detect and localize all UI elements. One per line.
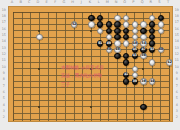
coord-label-left-15: 15 bbox=[2, 34, 7, 37]
move-number: 43 bbox=[133, 55, 137, 58]
move-number: 53 bbox=[150, 48, 154, 51]
coord-label-left-10: 10 bbox=[2, 66, 7, 69]
coord-label-left-16: 16 bbox=[2, 28, 7, 31]
move-number: 45 bbox=[133, 48, 137, 51]
stone-black-O8[interactable] bbox=[123, 78, 129, 84]
coord-label-left-3: 3 bbox=[2, 110, 7, 113]
coord-label-left-7: 7 bbox=[2, 85, 7, 88]
coord-label-right-7: 7 bbox=[175, 85, 180, 88]
move-number: 38 bbox=[141, 80, 145, 83]
grid-line-horizontal bbox=[13, 113, 170, 114]
coord-label-top-M: M bbox=[105, 1, 109, 5]
stone-black-P8[interactable]: 39 bbox=[132, 78, 138, 84]
coord-label-left-8: 8 bbox=[2, 78, 7, 81]
coord-label-top-S: S bbox=[157, 1, 161, 5]
coord-label-left-4: 4 bbox=[2, 104, 7, 107]
coord-label-right-14: 14 bbox=[175, 40, 180, 43]
coord-label-left-14: 14 bbox=[2, 40, 7, 43]
move-number: 49 bbox=[107, 42, 111, 45]
coord-label-top-Q: Q bbox=[140, 1, 144, 5]
coord-label-right-16: 16 bbox=[175, 28, 180, 31]
stone-white-H17[interactable]: 52 bbox=[71, 21, 77, 27]
coord-label-top-F: F bbox=[53, 1, 57, 5]
coord-label-right-11: 11 bbox=[175, 59, 180, 62]
coord-label-right-6: 6 bbox=[175, 91, 180, 94]
move-number: 47 bbox=[141, 48, 145, 51]
coord-label-left-5: 5 bbox=[2, 97, 7, 100]
coord-label-top-P: P bbox=[131, 1, 135, 5]
stone-white-O14[interactable] bbox=[123, 40, 129, 46]
coord-label-right-2: 2 bbox=[175, 116, 180, 119]
coord-label-right-18: 18 bbox=[175, 15, 180, 18]
coord-label-top-R: R bbox=[149, 1, 153, 5]
coord-label-left-6: 6 bbox=[2, 91, 7, 94]
stone-white-S16[interactable] bbox=[158, 28, 164, 34]
stone-black-M17[interactable] bbox=[106, 21, 112, 27]
grid-line-horizontal bbox=[13, 12, 170, 13]
stone-white-L16[interactable] bbox=[97, 28, 103, 34]
stone-white-M13[interactable]: 50 bbox=[106, 47, 112, 53]
stone-white-O17[interactable] bbox=[123, 21, 129, 27]
coord-label-right-15: 15 bbox=[175, 34, 180, 37]
stone-black-P12[interactable]: 43 bbox=[132, 53, 138, 59]
coord-label-top-D: D bbox=[36, 1, 40, 5]
stone-black-N17[interactable] bbox=[114, 21, 120, 27]
coord-label-top-H: H bbox=[71, 1, 75, 5]
move-number: 46 bbox=[115, 48, 119, 51]
coord-label-left-11: 11 bbox=[2, 59, 7, 62]
move-number: 50 bbox=[107, 48, 111, 51]
stone-black-R14[interactable] bbox=[149, 40, 155, 46]
move-number: 39 bbox=[133, 80, 137, 83]
move-number: 41 bbox=[124, 74, 128, 77]
stone-black-R13[interactable]: 53 bbox=[149, 47, 155, 53]
stone-black-N12[interactable] bbox=[114, 53, 120, 59]
stone-black-L14[interactable]: 51 bbox=[97, 40, 103, 46]
coord-label-left-9: 9 bbox=[2, 72, 7, 75]
stone-white-P14[interactable]: 48 bbox=[132, 40, 138, 46]
coord-label-left-19: 19 bbox=[2, 9, 7, 12]
stone-black-O11[interactable] bbox=[123, 59, 129, 65]
stone-white-Q14[interactable]: 54 bbox=[140, 40, 146, 46]
coord-label-top-K: K bbox=[88, 1, 92, 5]
grid-line-vertical bbox=[169, 12, 170, 123]
move-number: 44 bbox=[150, 80, 154, 83]
grid-line-vertical bbox=[30, 12, 31, 123]
stone-white-R8[interactable]: 44 bbox=[149, 78, 155, 84]
move-commentary-text: 本图转换:小目定式后 实战，黑内吃白棋取 三子 bbox=[61, 64, 104, 89]
coord-label-right-8: 8 bbox=[175, 78, 180, 81]
stone-white-Q12[interactable]: 36 bbox=[140, 53, 146, 59]
go-app-screenshot: 525149485450464547534043364241393844 ABC… bbox=[0, 0, 180, 130]
stone-white-T11[interactable]: 42 bbox=[166, 59, 172, 65]
move-number: 51 bbox=[98, 42, 102, 45]
coord-label-top-J: J bbox=[79, 1, 83, 5]
stone-black-Q4[interactable] bbox=[140, 104, 146, 110]
stone-white-N14[interactable] bbox=[114, 40, 120, 46]
coord-label-left-13: 13 bbox=[2, 47, 7, 50]
move-number: 52 bbox=[72, 23, 76, 26]
move-number: 48 bbox=[133, 42, 137, 45]
grid-line-vertical bbox=[22, 12, 23, 123]
coord-label-top-G: G bbox=[62, 1, 66, 5]
move-number: 42 bbox=[167, 61, 171, 64]
stone-black-L17[interactable] bbox=[97, 21, 103, 27]
stone-white-P17[interactable] bbox=[132, 21, 138, 27]
coord-label-top-N: N bbox=[114, 1, 118, 5]
coord-label-right-10: 10 bbox=[175, 66, 180, 69]
coord-label-left-12: 12 bbox=[2, 53, 7, 56]
stone-white-R11[interactable] bbox=[149, 59, 155, 65]
coord-label-right-9: 9 bbox=[175, 72, 180, 75]
coord-label-left-17: 17 bbox=[2, 21, 7, 24]
grid-line-horizontal bbox=[13, 62, 170, 63]
grid-line-vertical bbox=[13, 12, 14, 123]
coord-label-right-13: 13 bbox=[175, 47, 180, 50]
move-number: 36 bbox=[141, 55, 145, 58]
coord-label-top-E: E bbox=[45, 1, 49, 5]
coord-label-right-12: 12 bbox=[175, 53, 180, 56]
coord-label-right-3: 3 bbox=[175, 110, 180, 113]
coord-label-left-2: 2 bbox=[2, 116, 7, 119]
coord-label-top-O: O bbox=[123, 1, 127, 5]
stone-white-S17[interactable] bbox=[158, 21, 164, 27]
coord-label-right-5: 5 bbox=[175, 97, 180, 100]
coord-label-top-T: T bbox=[166, 1, 170, 5]
coord-label-top-B: B bbox=[19, 1, 23, 5]
grid-line-horizontal bbox=[13, 100, 170, 101]
move-number: 40 bbox=[159, 48, 163, 51]
stone-white-D15[interactable] bbox=[36, 34, 42, 40]
move-number: 54 bbox=[141, 42, 145, 45]
stone-white-Q17[interactable] bbox=[140, 21, 146, 27]
stone-black-R17[interactable] bbox=[149, 21, 155, 27]
grid-line-vertical bbox=[56, 12, 57, 123]
coord-label-right-4: 4 bbox=[175, 104, 180, 107]
coord-label-right-17: 17 bbox=[175, 21, 180, 24]
stone-black-M14[interactable]: 49 bbox=[106, 40, 112, 46]
coord-label-left-18: 18 bbox=[2, 15, 7, 18]
stone-white-Q8[interactable]: 38 bbox=[140, 78, 146, 84]
coord-label-top-A: A bbox=[10, 1, 14, 5]
grid-line-horizontal bbox=[13, 94, 170, 95]
stone-white-S13[interactable]: 40 bbox=[158, 47, 164, 53]
coord-label-top-C: C bbox=[27, 1, 31, 5]
coord-label-top-L: L bbox=[97, 1, 101, 5]
coord-label-right-19: 19 bbox=[175, 9, 180, 12]
stone-white-K17[interactable] bbox=[88, 21, 94, 27]
grid-line-horizontal bbox=[13, 119, 170, 120]
grid-line-vertical bbox=[48, 12, 49, 123]
